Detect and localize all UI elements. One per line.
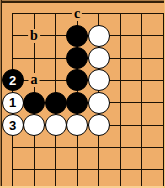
white-stone <box>88 47 110 69</box>
white-stone <box>88 25 110 47</box>
black-stone <box>66 92 88 114</box>
stone-number: 2 <box>9 74 16 87</box>
black-stone <box>66 69 88 91</box>
grid-vline <box>141 13 142 188</box>
point-label-b: b <box>28 29 40 43</box>
white-stone <box>88 92 110 114</box>
stone-number: 1 <box>9 96 16 109</box>
white-stone: 1 <box>2 92 24 114</box>
white-stone: 3 <box>2 114 24 136</box>
black-stone <box>45 92 67 114</box>
black-stone <box>66 47 88 69</box>
white-stone <box>88 114 110 136</box>
white-stone <box>66 114 88 136</box>
black-stone <box>66 25 88 47</box>
grid-hline <box>12 147 165 148</box>
black-stone: 2 <box>2 69 24 91</box>
board-frame-right <box>164 0 165 188</box>
grid-hline <box>12 13 165 14</box>
black-stone <box>23 92 45 114</box>
board-frame-top <box>0 0 165 3</box>
go-board: 213cba <box>0 0 165 188</box>
stone-number: 3 <box>9 119 16 132</box>
white-stone <box>23 114 45 136</box>
white-stone <box>88 69 110 91</box>
grid-vline <box>120 13 121 188</box>
white-stone <box>45 114 67 136</box>
point-label-a: a <box>29 73 40 87</box>
point-label-c: c <box>72 7 82 21</box>
board-frame-left <box>0 0 2 188</box>
board-frame-bottom <box>0 186 165 188</box>
grid-hline <box>12 169 165 170</box>
